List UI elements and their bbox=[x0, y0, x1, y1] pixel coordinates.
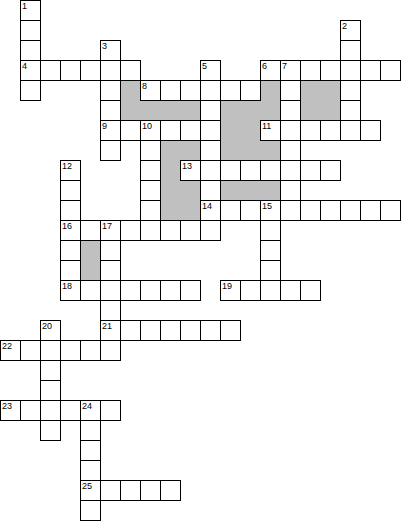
shaded-cell-r5-c6 bbox=[120, 100, 141, 121]
shaded-cell-r6-c12 bbox=[240, 120, 261, 141]
letter-cell-r7-c10[interactable] bbox=[200, 140, 221, 161]
letter-cell-r2-c1[interactable] bbox=[20, 40, 41, 61]
letter-cell-r11-c8[interactable] bbox=[160, 220, 181, 241]
shaded-cell-r9-c13 bbox=[260, 180, 281, 201]
letter-cell-r14-c14[interactable] bbox=[280, 280, 301, 301]
shaded-cell-r5-c12 bbox=[240, 100, 261, 121]
letter-cell-r24-c8[interactable] bbox=[160, 480, 181, 501]
letter-cell-r6-c18[interactable] bbox=[360, 120, 381, 141]
shaded-cell-r5-c8 bbox=[160, 100, 181, 121]
letter-cell-r5-c10[interactable] bbox=[200, 100, 221, 121]
letter-cell-r11-c5[interactable] bbox=[100, 220, 121, 241]
letter-cell-r16-c10[interactable] bbox=[200, 320, 221, 341]
letter-cell-r14-c6[interactable] bbox=[120, 280, 141, 301]
letter-cell-r11-c13[interactable] bbox=[260, 220, 281, 241]
letter-cell-r20-c1[interactable] bbox=[20, 400, 41, 421]
letter-cell-r24-c7[interactable] bbox=[140, 480, 161, 501]
letter-cell-r17-c1[interactable] bbox=[20, 340, 41, 361]
letter-cell-r3-c16[interactable] bbox=[320, 60, 341, 81]
letter-cell-r13-c5[interactable] bbox=[100, 260, 121, 281]
shaded-cell-r4-c6 bbox=[120, 80, 141, 101]
shaded-cell-r5-c7 bbox=[140, 100, 161, 121]
letter-cell-r8-c16[interactable] bbox=[320, 160, 341, 181]
shaded-cell-r10-c8 bbox=[160, 200, 181, 221]
letter-cell-r16-c2[interactable] bbox=[40, 320, 61, 341]
letter-cell-r21-c4[interactable] bbox=[80, 420, 101, 441]
letter-cell-r10-c15[interactable] bbox=[300, 200, 321, 221]
letter-cell-r7-c5[interactable] bbox=[100, 140, 121, 161]
letter-cell-r4-c7[interactable] bbox=[140, 80, 161, 101]
shaded-cell-r4-c16 bbox=[320, 80, 341, 101]
letter-cell-r10-c12[interactable] bbox=[240, 200, 261, 221]
letter-cell-r17-c5[interactable] bbox=[100, 340, 121, 361]
shaded-cell-r7-c13 bbox=[260, 140, 281, 161]
letter-cell-r7-c7[interactable] bbox=[140, 140, 161, 161]
letter-cell-r5-c17[interactable] bbox=[340, 100, 361, 121]
letter-cell-r11-c6[interactable] bbox=[120, 220, 141, 241]
shaded-cell-r10-c9 bbox=[180, 200, 201, 221]
letter-cell-r3-c17[interactable] bbox=[340, 60, 361, 81]
letter-cell-r10-c7[interactable] bbox=[140, 200, 161, 221]
letter-cell-r17-c0[interactable] bbox=[0, 340, 21, 361]
letter-cell-r0-c1[interactable] bbox=[20, 0, 41, 21]
shaded-cell-r7-c8 bbox=[160, 140, 181, 161]
letter-cell-r3-c3[interactable] bbox=[60, 60, 81, 81]
letter-cell-r3-c6[interactable] bbox=[120, 60, 141, 81]
letter-cell-r10-c16[interactable] bbox=[320, 200, 341, 221]
letter-cell-r14-c7[interactable] bbox=[140, 280, 161, 301]
letter-cell-r12-c3[interactable] bbox=[60, 240, 81, 261]
letter-cell-r6-c10[interactable] bbox=[200, 120, 221, 141]
letter-cell-r20-c4[interactable] bbox=[80, 400, 101, 421]
letter-cell-r20-c2[interactable] bbox=[40, 400, 61, 421]
letter-cell-r24-c5[interactable] bbox=[100, 480, 121, 501]
letter-cell-r20-c5[interactable] bbox=[100, 400, 121, 421]
letter-cell-r14-c9[interactable] bbox=[180, 280, 201, 301]
shaded-cell-r9-c9 bbox=[180, 180, 201, 201]
letter-cell-r3-c18[interactable] bbox=[360, 60, 381, 81]
letter-cell-r14-c12[interactable] bbox=[240, 280, 261, 301]
letter-cell-r3-c15[interactable] bbox=[300, 60, 321, 81]
letter-cell-r14-c11[interactable] bbox=[220, 280, 241, 301]
letter-cell-r13-c3[interactable] bbox=[60, 260, 81, 281]
letter-cell-r4-c8[interactable] bbox=[160, 80, 181, 101]
letter-cell-r3-c19[interactable] bbox=[380, 60, 401, 81]
letter-cell-r11-c7[interactable] bbox=[140, 220, 161, 241]
letter-cell-r2-c17[interactable] bbox=[340, 40, 361, 61]
letter-cell-r10-c3[interactable] bbox=[60, 200, 81, 221]
letter-cell-r17-c4[interactable] bbox=[80, 340, 101, 361]
letter-cell-r24-c6[interactable] bbox=[120, 480, 141, 501]
letter-cell-r16-c9[interactable] bbox=[180, 320, 201, 341]
letter-cell-r6-c13[interactable] bbox=[260, 120, 281, 141]
letter-cell-r23-c4[interactable] bbox=[80, 460, 101, 481]
letter-cell-r4-c5[interactable] bbox=[100, 80, 121, 101]
letter-cell-r5-c5[interactable] bbox=[100, 100, 121, 121]
letter-cell-r4-c10[interactable] bbox=[200, 80, 221, 101]
letter-cell-r10-c10[interactable] bbox=[200, 200, 221, 221]
letter-cell-r8-c3[interactable] bbox=[60, 160, 81, 181]
letter-cell-r8-c12[interactable] bbox=[240, 160, 261, 181]
letter-cell-r6-c7[interactable] bbox=[140, 120, 161, 141]
letter-cell-r4-c9[interactable] bbox=[180, 80, 201, 101]
letter-cell-r6-c8[interactable] bbox=[160, 120, 181, 141]
letter-cell-r11-c4[interactable] bbox=[80, 220, 101, 241]
letter-cell-r12-c5[interactable] bbox=[100, 240, 121, 261]
letter-cell-r3-c10[interactable] bbox=[200, 60, 221, 81]
shaded-cell-r5-c16 bbox=[320, 100, 341, 121]
letter-cell-r10-c11[interactable] bbox=[220, 200, 241, 221]
letter-cell-r4-c14[interactable] bbox=[280, 80, 301, 101]
shaded-cell-r5-c11 bbox=[220, 100, 241, 121]
letter-cell-r8-c14[interactable] bbox=[280, 160, 301, 181]
letter-cell-r6-c6[interactable] bbox=[120, 120, 141, 141]
shaded-cell-r12-c4 bbox=[80, 240, 101, 261]
shaded-cell-r5-c15 bbox=[300, 100, 321, 121]
crossword-board: 1234567891011121314151617181920212223242… bbox=[0, 0, 401, 521]
letter-cell-r16-c11[interactable] bbox=[220, 320, 241, 341]
shaded-cell-r9-c8 bbox=[160, 180, 181, 201]
letter-cell-r4-c11[interactable] bbox=[220, 80, 241, 101]
letter-cell-r15-c5[interactable] bbox=[100, 300, 121, 321]
shaded-cell-r5-c9 bbox=[180, 100, 201, 121]
letter-cell-r14-c3[interactable] bbox=[60, 280, 81, 301]
letter-cell-r16-c5[interactable] bbox=[100, 320, 121, 341]
shaded-cell-r7-c12 bbox=[240, 140, 261, 161]
letter-cell-r8-c11[interactable] bbox=[220, 160, 241, 181]
letter-cell-r25-c4[interactable] bbox=[80, 500, 101, 521]
letter-cell-r8-c15[interactable] bbox=[300, 160, 321, 181]
letter-cell-r17-c3[interactable] bbox=[60, 340, 81, 361]
letter-cell-r6-c15[interactable] bbox=[300, 120, 321, 141]
letter-cell-r3-c2[interactable] bbox=[40, 60, 61, 81]
letter-cell-r3-c5[interactable] bbox=[100, 60, 121, 81]
letter-cell-r14-c8[interactable] bbox=[160, 280, 181, 301]
letter-cell-r16-c7[interactable] bbox=[140, 320, 161, 341]
letter-cell-r4-c1[interactable] bbox=[20, 80, 41, 101]
letter-cell-r6-c17[interactable] bbox=[340, 120, 361, 141]
shaded-cell-r6-c11 bbox=[220, 120, 241, 141]
letter-cell-r16-c8[interactable] bbox=[160, 320, 181, 341]
letter-cell-r6-c9[interactable] bbox=[180, 120, 201, 141]
letter-cell-r11-c10[interactable] bbox=[200, 220, 221, 241]
letter-cell-r3-c1[interactable] bbox=[20, 60, 41, 81]
letter-cell-r10-c14[interactable] bbox=[280, 200, 301, 221]
letter-cell-r14-c4[interactable] bbox=[80, 280, 101, 301]
letter-cell-r4-c12[interactable] bbox=[240, 80, 261, 101]
shaded-cell-r4-c15 bbox=[300, 80, 321, 101]
letter-cell-r10-c18[interactable] bbox=[360, 200, 381, 221]
letter-cell-r6-c16[interactable] bbox=[320, 120, 341, 141]
letter-cell-r9-c10[interactable] bbox=[200, 180, 221, 201]
letter-cell-r12-c13[interactable] bbox=[260, 240, 281, 261]
letter-cell-r10-c13[interactable] bbox=[260, 200, 281, 221]
letter-cell-r11-c9[interactable] bbox=[180, 220, 201, 241]
letter-cell-r9-c3[interactable] bbox=[60, 180, 81, 201]
letter-cell-r14-c15[interactable] bbox=[300, 280, 321, 301]
shaded-cell-r9-c11 bbox=[220, 180, 241, 201]
shaded-cell-r8-c8 bbox=[160, 160, 181, 181]
letter-cell-r1-c1[interactable] bbox=[20, 20, 41, 41]
letter-cell-r24-c4[interactable] bbox=[80, 480, 101, 501]
letter-cell-r10-c19[interactable] bbox=[380, 200, 401, 221]
letter-cell-r2-c5[interactable] bbox=[100, 40, 121, 61]
shaded-cell-r4-c13 bbox=[260, 80, 281, 101]
letter-cell-r8-c13[interactable] bbox=[260, 160, 281, 181]
letter-cell-r3-c13[interactable] bbox=[260, 60, 281, 81]
letter-cell-r3-c4[interactable] bbox=[80, 60, 101, 81]
letter-cell-r5-c14[interactable] bbox=[280, 100, 301, 121]
shaded-cell-r7-c9 bbox=[180, 140, 201, 161]
shaded-cell-r5-c13 bbox=[260, 100, 281, 121]
letter-cell-r14-c5[interactable] bbox=[100, 280, 121, 301]
shaded-cell-r7-c11 bbox=[220, 140, 241, 161]
letter-cell-r13-c13[interactable] bbox=[260, 260, 281, 281]
letter-cell-r6-c14[interactable] bbox=[280, 120, 301, 141]
letter-cell-r9-c14[interactable] bbox=[280, 180, 301, 201]
letter-cell-r21-c2[interactable] bbox=[40, 420, 61, 441]
letter-cell-r7-c14[interactable] bbox=[280, 140, 301, 161]
letter-cell-r17-c2[interactable] bbox=[40, 340, 61, 361]
letter-cell-r18-c2[interactable] bbox=[40, 360, 61, 381]
letter-cell-r4-c17[interactable] bbox=[340, 80, 361, 101]
letter-cell-r6-c5[interactable] bbox=[100, 120, 121, 141]
shaded-cell-r13-c4 bbox=[80, 260, 101, 281]
letter-cell-r8-c9[interactable] bbox=[180, 160, 201, 181]
letter-cell-r22-c4[interactable] bbox=[80, 440, 101, 461]
letter-cell-r1-c17[interactable] bbox=[340, 20, 361, 41]
shaded-cell-r9-c12 bbox=[240, 180, 261, 201]
letter-cell-r9-c7[interactable] bbox=[140, 180, 161, 201]
letter-cell-r8-c10[interactable] bbox=[200, 160, 221, 181]
letter-cell-r8-c7[interactable] bbox=[140, 160, 161, 181]
letter-cell-r20-c0[interactable] bbox=[0, 400, 21, 421]
letter-cell-r10-c17[interactable] bbox=[340, 200, 361, 221]
letter-cell-r19-c2[interactable] bbox=[40, 380, 61, 401]
letter-cell-r3-c14[interactable] bbox=[280, 60, 301, 81]
letter-cell-r16-c6[interactable] bbox=[120, 320, 141, 341]
letter-cell-r11-c3[interactable] bbox=[60, 220, 81, 241]
letter-cell-r14-c13[interactable] bbox=[260, 280, 281, 301]
letter-cell-r20-c3[interactable] bbox=[60, 400, 81, 421]
